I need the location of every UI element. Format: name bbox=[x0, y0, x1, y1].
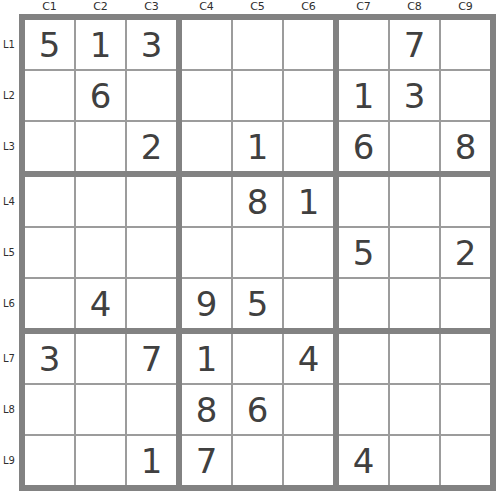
cell-L7C8[interactable] bbox=[390, 334, 439, 383]
box-2-1: 4 bbox=[25, 177, 176, 328]
cell-L9C4[interactable]: 7 bbox=[182, 436, 231, 485]
cell-L9C3[interactable]: 1 bbox=[127, 436, 176, 485]
box-1-3: 71368 bbox=[339, 20, 490, 171]
cell-L2C8[interactable]: 3 bbox=[390, 71, 439, 120]
cell-L2C2[interactable]: 6 bbox=[76, 71, 125, 120]
box-1-2: 1 bbox=[182, 20, 333, 171]
cell-L9C2[interactable] bbox=[76, 436, 125, 485]
column-label-C9: C9 bbox=[441, 0, 490, 14]
cell-L1C9[interactable] bbox=[441, 20, 490, 69]
box-3-2: 14867 bbox=[182, 334, 333, 485]
column-label-C7: C7 bbox=[339, 0, 388, 14]
cell-L9C1[interactable] bbox=[25, 436, 74, 485]
box-3-1: 371 bbox=[25, 334, 176, 485]
row-label-L3: L3 bbox=[0, 122, 19, 171]
cell-L9C7[interactable]: 4 bbox=[339, 436, 388, 485]
cell-L6C4[interactable]: 9 bbox=[182, 279, 231, 328]
cell-L2C3[interactable] bbox=[127, 71, 176, 120]
cell-L3C3[interactable]: 2 bbox=[127, 122, 176, 171]
row-label-L5: L5 bbox=[0, 228, 19, 277]
cell-L7C5[interactable] bbox=[233, 334, 282, 383]
cell-L2C5[interactable] bbox=[233, 71, 282, 120]
cell-L6C5[interactable]: 5 bbox=[233, 279, 282, 328]
cell-L2C4[interactable] bbox=[182, 71, 231, 120]
cell-L3C6[interactable] bbox=[284, 122, 333, 171]
cell-L5C4[interactable] bbox=[182, 228, 231, 277]
cell-L9C6[interactable] bbox=[284, 436, 333, 485]
cell-L8C4[interactable]: 8 bbox=[182, 385, 231, 434]
column-label-C5: C5 bbox=[233, 0, 282, 14]
row-label-L7: L7 bbox=[0, 334, 19, 383]
cell-L3C4[interactable] bbox=[182, 122, 231, 171]
column-labels: C1C2C3C4C5C6C7C8C9 bbox=[19, 0, 496, 14]
cell-L3C8[interactable] bbox=[390, 122, 439, 171]
cell-L7C7[interactable] bbox=[339, 334, 388, 383]
cell-L8C1[interactable] bbox=[25, 385, 74, 434]
cell-L4C4[interactable] bbox=[182, 177, 231, 226]
cell-L8C3[interactable] bbox=[127, 385, 176, 434]
row-label-L8: L8 bbox=[0, 385, 19, 434]
column-label-C2: C2 bbox=[76, 0, 125, 14]
cell-L7C1[interactable]: 3 bbox=[25, 334, 74, 383]
box-2-2: 8195 bbox=[182, 177, 333, 328]
cell-L1C8[interactable]: 7 bbox=[390, 20, 439, 69]
row-label-L2: L2 bbox=[0, 71, 19, 120]
cell-L4C2[interactable] bbox=[76, 177, 125, 226]
cell-L4C9[interactable] bbox=[441, 177, 490, 226]
cell-L4C5[interactable]: 8 bbox=[233, 177, 282, 226]
sudoku-frame: C1C2C3C4C5C6C7C8C9 L1L2L3L4L5L6L7L8L9 51… bbox=[0, 0, 496, 491]
column-label-group-1: C1C2C3 bbox=[25, 0, 176, 14]
cell-L4C8[interactable] bbox=[390, 177, 439, 226]
cell-L4C6[interactable]: 1 bbox=[284, 177, 333, 226]
cell-L3C5[interactable]: 1 bbox=[233, 122, 282, 171]
cell-L9C5[interactable] bbox=[233, 436, 282, 485]
cell-L8C6[interactable] bbox=[284, 385, 333, 434]
cell-L5C5[interactable] bbox=[233, 228, 282, 277]
cell-L1C7[interactable] bbox=[339, 20, 388, 69]
cell-L4C7[interactable] bbox=[339, 177, 388, 226]
cell-L5C6[interactable] bbox=[284, 228, 333, 277]
cell-L4C3[interactable] bbox=[127, 177, 176, 226]
row-label-group-3: L7L8L9 bbox=[0, 334, 19, 485]
column-label-C1: C1 bbox=[25, 0, 74, 14]
cell-L1C2[interactable]: 1 bbox=[76, 20, 125, 69]
column-label-group-2: C4C5C6 bbox=[182, 0, 333, 14]
column-label-C3: C3 bbox=[127, 0, 176, 14]
row-label-group-2: L4L5L6 bbox=[0, 177, 19, 328]
cell-L8C7[interactable] bbox=[339, 385, 388, 434]
cell-L5C3[interactable] bbox=[127, 228, 176, 277]
cell-L9C8[interactable] bbox=[390, 436, 439, 485]
cell-L8C8[interactable] bbox=[390, 385, 439, 434]
cell-L7C3[interactable]: 7 bbox=[127, 334, 176, 383]
row-label-L4: L4 bbox=[0, 177, 19, 226]
row-label-L9: L9 bbox=[0, 436, 19, 485]
cell-L1C4[interactable] bbox=[182, 20, 231, 69]
cell-L1C1[interactable]: 5 bbox=[25, 20, 74, 69]
cell-L6C6[interactable] bbox=[284, 279, 333, 328]
column-label-C4: C4 bbox=[182, 0, 231, 14]
corner-spacer bbox=[0, 0, 19, 14]
cell-L5C9[interactable]: 2 bbox=[441, 228, 490, 277]
cell-L7C4[interactable]: 1 bbox=[182, 334, 231, 383]
box-1-1: 51362 bbox=[25, 20, 176, 171]
cell-L4C1[interactable] bbox=[25, 177, 74, 226]
cell-L6C1[interactable] bbox=[25, 279, 74, 328]
cell-L1C5[interactable] bbox=[233, 20, 282, 69]
cell-L8C5[interactable]: 6 bbox=[233, 385, 282, 434]
cell-L2C1[interactable] bbox=[25, 71, 74, 120]
sudoku-board: 513621713684819552371148674 bbox=[19, 14, 496, 491]
cell-L5C1[interactable] bbox=[25, 228, 74, 277]
row-label-L6: L6 bbox=[0, 279, 19, 328]
row-labels: L1L2L3L4L5L6L7L8L9 bbox=[0, 14, 19, 491]
cell-L5C7[interactable]: 5 bbox=[339, 228, 388, 277]
cell-L8C9[interactable] bbox=[441, 385, 490, 434]
row-label-group-1: L1L2L3 bbox=[0, 20, 19, 171]
cell-L1C6[interactable] bbox=[284, 20, 333, 69]
box-2-3: 52 bbox=[339, 177, 490, 328]
cell-L6C8[interactable] bbox=[390, 279, 439, 328]
cell-L6C3[interactable] bbox=[127, 279, 176, 328]
box-3-3: 4 bbox=[339, 334, 490, 485]
cell-L7C6[interactable]: 4 bbox=[284, 334, 333, 383]
cell-L2C7[interactable]: 1 bbox=[339, 71, 388, 120]
column-label-C8: C8 bbox=[390, 0, 439, 14]
cell-L3C2[interactable] bbox=[76, 122, 125, 171]
row-label-L1: L1 bbox=[0, 20, 19, 69]
cell-L3C7[interactable]: 6 bbox=[339, 122, 388, 171]
cell-L5C2[interactable] bbox=[76, 228, 125, 277]
cell-L7C9[interactable] bbox=[441, 334, 490, 383]
column-label-C6: C6 bbox=[284, 0, 333, 14]
cell-L6C9[interactable] bbox=[441, 279, 490, 328]
cell-L2C6[interactable] bbox=[284, 71, 333, 120]
cell-L7C2[interactable] bbox=[76, 334, 125, 383]
cell-L5C8[interactable] bbox=[390, 228, 439, 277]
cell-L3C9[interactable]: 8 bbox=[441, 122, 490, 171]
cell-L1C3[interactable]: 3 bbox=[127, 20, 176, 69]
cell-L3C1[interactable] bbox=[25, 122, 74, 171]
cell-L6C7[interactable] bbox=[339, 279, 388, 328]
cell-L6C2[interactable]: 4 bbox=[76, 279, 125, 328]
cell-L8C2[interactable] bbox=[76, 385, 125, 434]
cell-L9C9[interactable] bbox=[441, 436, 490, 485]
cell-L2C9[interactable] bbox=[441, 71, 490, 120]
column-label-group-3: C7C8C9 bbox=[339, 0, 490, 14]
